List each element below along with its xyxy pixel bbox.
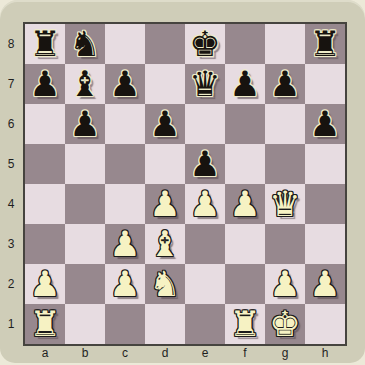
square-h4[interactable]: [305, 184, 345, 224]
square-a8[interactable]: ♜: [25, 24, 65, 64]
square-b3[interactable]: [65, 224, 105, 264]
piece-black-pawn-f7[interactable]: ♟: [225, 64, 265, 104]
square-d8[interactable]: [145, 24, 185, 64]
square-g7[interactable]: ♟: [265, 64, 305, 104]
square-f8[interactable]: [225, 24, 265, 64]
square-f4[interactable]: ♟: [225, 184, 265, 224]
square-e3[interactable]: [185, 224, 225, 264]
square-a5[interactable]: [25, 144, 65, 184]
square-b2[interactable]: [65, 264, 105, 304]
square-h5[interactable]: [305, 144, 345, 184]
square-b6[interactable]: ♟: [65, 104, 105, 144]
piece-white-pawn-c2[interactable]: ♟: [105, 264, 145, 304]
square-a7[interactable]: ♟: [25, 64, 65, 104]
square-d7[interactable]: [145, 64, 185, 104]
piece-black-pawn-b6[interactable]: ♟: [65, 104, 105, 144]
square-g1[interactable]: ♚: [265, 304, 305, 344]
file-label-d: d: [145, 345, 185, 362]
piece-white-king-g1[interactable]: ♚: [265, 304, 305, 344]
file-labels: abcdefgh: [25, 345, 345, 362]
square-g6[interactable]: [265, 104, 305, 144]
square-h1[interactable]: [305, 304, 345, 344]
piece-black-rook-a8[interactable]: ♜: [25, 24, 65, 64]
square-c1[interactable]: [105, 304, 145, 344]
square-f1[interactable]: ♜: [225, 304, 265, 344]
file-label-b: b: [65, 345, 105, 362]
square-f5[interactable]: [225, 144, 265, 184]
piece-black-rook-h8[interactable]: ♜: [305, 24, 345, 64]
board-panel: 87654321 ♜♞♚♜♟♝♟♛♟♟♟♟♟♟♟♟♟♛♟♝♟♟♞♟♟♜♜♚ ab…: [0, 0, 365, 363]
file-label-g: g: [265, 345, 305, 362]
square-e7[interactable]: ♛: [185, 64, 225, 104]
file-label-f: f: [225, 345, 265, 362]
square-g3[interactable]: [265, 224, 305, 264]
piece-white-pawn-a2[interactable]: ♟: [25, 264, 65, 304]
square-b5[interactable]: [65, 144, 105, 184]
square-h7[interactable]: [305, 64, 345, 104]
square-e4[interactable]: ♟: [185, 184, 225, 224]
square-d2[interactable]: ♞: [145, 264, 185, 304]
square-d1[interactable]: [145, 304, 185, 344]
piece-white-pawn-c3[interactable]: ♟: [105, 224, 145, 264]
square-e1[interactable]: [185, 304, 225, 344]
square-b4[interactable]: [65, 184, 105, 224]
square-h8[interactable]: ♜: [305, 24, 345, 64]
piece-white-pawn-g2[interactable]: ♟: [265, 264, 305, 304]
piece-white-pawn-h2[interactable]: ♟: [305, 264, 345, 304]
rank-label-4: 4: [0, 184, 22, 224]
square-h6[interactable]: ♟: [305, 104, 345, 144]
piece-white-pawn-f4[interactable]: ♟: [225, 184, 265, 224]
file-label-e: e: [185, 345, 225, 362]
square-d5[interactable]: [145, 144, 185, 184]
piece-black-pawn-g7[interactable]: ♟: [265, 64, 305, 104]
square-e6[interactable]: [185, 104, 225, 144]
rank-label-2: 2: [0, 264, 22, 304]
square-c8[interactable]: [105, 24, 145, 64]
chess-board: ♜♞♚♜♟♝♟♛♟♟♟♟♟♟♟♟♟♛♟♝♟♟♞♟♟♜♜♚: [23, 22, 347, 346]
square-a6[interactable]: [25, 104, 65, 144]
square-f2[interactable]: [225, 264, 265, 304]
square-c7[interactable]: ♟: [105, 64, 145, 104]
piece-white-pawn-e4[interactable]: ♟: [185, 184, 225, 224]
square-g5[interactable]: [265, 144, 305, 184]
rank-label-8: 8: [0, 24, 22, 64]
square-d6[interactable]: ♟: [145, 104, 185, 144]
square-e2[interactable]: [185, 264, 225, 304]
square-c3[interactable]: ♟: [105, 224, 145, 264]
square-h3[interactable]: [305, 224, 345, 264]
file-label-a: a: [25, 345, 65, 362]
square-f6[interactable]: [225, 104, 265, 144]
square-b7[interactable]: ♝: [65, 64, 105, 104]
piece-black-pawn-h6[interactable]: ♟: [305, 104, 345, 144]
square-b1[interactable]: [65, 304, 105, 344]
piece-white-pawn-d4[interactable]: ♟: [145, 184, 185, 224]
square-a3[interactable]: [25, 224, 65, 264]
rank-label-6: 6: [0, 104, 22, 144]
rank-labels: 87654321: [0, 24, 22, 344]
rank-label-3: 3: [0, 224, 22, 264]
rank-label-5: 5: [0, 144, 22, 184]
square-h2[interactable]: ♟: [305, 264, 345, 304]
square-a4[interactable]: [25, 184, 65, 224]
file-label-h: h: [305, 345, 345, 362]
piece-white-rook-a1[interactable]: ♜: [25, 304, 65, 344]
square-g8[interactable]: [265, 24, 305, 64]
piece-white-rook-f1[interactable]: ♜: [225, 304, 265, 344]
square-g4[interactable]: ♛: [265, 184, 305, 224]
piece-black-knight-b8[interactable]: ♞: [65, 24, 105, 64]
square-c2[interactable]: ♟: [105, 264, 145, 304]
piece-white-queen-g4[interactable]: ♛: [265, 184, 305, 224]
rank-label-1: 1: [0, 304, 22, 344]
piece-black-pawn-e5[interactable]: ♟: [185, 144, 225, 184]
square-a1[interactable]: ♜: [25, 304, 65, 344]
rank-label-7: 7: [0, 64, 22, 104]
piece-white-bishop-d3[interactable]: ♝: [145, 224, 185, 264]
piece-black-bishop-b7[interactable]: ♝: [65, 64, 105, 104]
piece-black-pawn-c7[interactable]: ♟: [105, 64, 145, 104]
square-f3[interactable]: [225, 224, 265, 264]
piece-white-knight-d2[interactable]: ♞: [145, 264, 185, 304]
square-c6[interactable]: [105, 104, 145, 144]
piece-black-queen-e7[interactable]: ♛: [185, 64, 225, 104]
square-c4[interactable]: [105, 184, 145, 224]
piece-black-pawn-a7[interactable]: ♟: [25, 64, 65, 104]
square-d3[interactable]: ♝: [145, 224, 185, 264]
square-b8[interactable]: ♞: [65, 24, 105, 64]
square-e5[interactable]: ♟: [185, 144, 225, 184]
square-g2[interactable]: ♟: [265, 264, 305, 304]
piece-black-king-e8[interactable]: ♚: [185, 24, 225, 64]
piece-black-pawn-d6[interactable]: ♟: [145, 104, 185, 144]
square-e8[interactable]: ♚: [185, 24, 225, 64]
file-label-c: c: [105, 345, 145, 362]
square-a2[interactable]: ♟: [25, 264, 65, 304]
square-f7[interactable]: ♟: [225, 64, 265, 104]
square-d4[interactable]: ♟: [145, 184, 185, 224]
square-c5[interactable]: [105, 144, 145, 184]
